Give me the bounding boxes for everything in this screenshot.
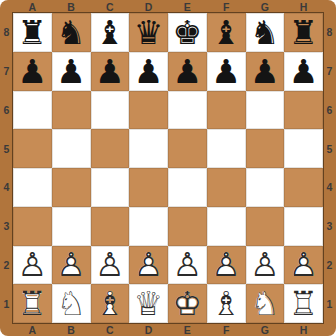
square-d3[interactable] (129, 207, 168, 246)
file-label-bottom-c: C (91, 323, 130, 336)
square-b7[interactable]: ♟ (52, 52, 91, 91)
chess-board: ♜♞♝♛♚♝♞♜♟♟♟♟♟♟♟♟♟♙♟♙♟♙♟♙♟♙♟♙♟♙♟♙♜♖♞♘♝♗♛♕… (13, 13, 323, 323)
piece-black-pawn-h7: ♟ (284, 52, 323, 91)
square-a4[interactable] (13, 168, 52, 207)
square-b2[interactable]: ♟♙ (52, 246, 91, 285)
square-f1[interactable]: ♝♗ (207, 284, 246, 323)
piece-white-knight-g1: ♘ (246, 284, 285, 323)
piece-black-pawn-g7: ♟ (246, 52, 285, 91)
rank-label-right-6: 6 (323, 91, 336, 130)
square-h2[interactable]: ♟♙ (284, 246, 323, 285)
square-b3[interactable] (52, 207, 91, 246)
rank-labels-right: 87654321 (323, 13, 336, 323)
piece-white-pawn-a2: ♙ (13, 246, 52, 285)
square-h3[interactable] (284, 207, 323, 246)
square-g8[interactable]: ♞ (246, 13, 285, 52)
square-b1[interactable]: ♞♘ (52, 284, 91, 323)
piece-white-bishop-c1-fill: ♝ (91, 284, 130, 323)
file-label-bottom-b: B (52, 323, 91, 336)
piece-white-pawn-g2-fill: ♟ (246, 246, 285, 285)
square-e7[interactable]: ♟ (168, 52, 207, 91)
square-b5[interactable] (52, 129, 91, 168)
square-e4[interactable] (168, 168, 207, 207)
square-d4[interactable] (129, 168, 168, 207)
square-g4[interactable] (246, 168, 285, 207)
file-label-top-g: G (246, 0, 285, 13)
piece-black-pawn-e7: ♟ (168, 52, 207, 91)
piece-white-bishop-f1: ♗ (207, 284, 246, 323)
piece-black-pawn-c7: ♟ (91, 52, 130, 91)
rank-label-left-5: 5 (0, 129, 13, 168)
square-g3[interactable] (246, 207, 285, 246)
piece-black-bishop-f8: ♝ (207, 13, 246, 52)
square-c2[interactable]: ♟♙ (91, 246, 130, 285)
square-c4[interactable] (91, 168, 130, 207)
rank-label-right-2: 2 (323, 246, 336, 285)
piece-black-knight-b8: ♞ (52, 13, 91, 52)
piece-white-rook-h1-fill: ♜ (284, 284, 323, 323)
piece-white-queen-d1: ♕ (129, 284, 168, 323)
file-label-bottom-d: D (129, 323, 168, 336)
square-f8[interactable]: ♝ (207, 13, 246, 52)
piece-black-rook-a8: ♜ (13, 13, 52, 52)
piece-white-pawn-h2: ♙ (284, 246, 323, 285)
piece-white-pawn-f2: ♙ (207, 246, 246, 285)
square-b4[interactable] (52, 168, 91, 207)
square-d6[interactable] (129, 91, 168, 130)
square-d8[interactable]: ♛ (129, 13, 168, 52)
piece-black-rook-h8: ♜ (284, 13, 323, 52)
piece-white-knight-g1-fill: ♞ (246, 284, 285, 323)
file-label-bottom-a: A (13, 323, 52, 336)
chess-app: ABCDEFGH ABCDEFGH 87654321 87654321 ♜♞♝♛… (0, 0, 336, 336)
file-label-bottom-h: H (284, 323, 323, 336)
file-label-bottom-g: G (246, 323, 285, 336)
rank-label-left-3: 3 (0, 207, 13, 246)
file-label-bottom-f: F (207, 323, 246, 336)
square-c6[interactable] (91, 91, 130, 130)
square-c7[interactable]: ♟ (91, 52, 130, 91)
square-h1[interactable]: ♜♖ (284, 284, 323, 323)
file-label-bottom-e: E (168, 323, 207, 336)
piece-black-knight-g8: ♞ (246, 13, 285, 52)
square-f6[interactable] (207, 91, 246, 130)
piece-white-knight-b1-fill: ♞ (52, 284, 91, 323)
rank-labels-left: 87654321 (0, 13, 13, 323)
file-labels-bottom: ABCDEFGH (13, 323, 323, 336)
square-e8[interactable]: ♚ (168, 13, 207, 52)
rank-label-right-3: 3 (323, 207, 336, 246)
square-b8[interactable]: ♞ (52, 13, 91, 52)
file-label-top-b: B (52, 0, 91, 13)
rank-label-left-6: 6 (0, 91, 13, 130)
piece-white-pawn-g2: ♙ (246, 246, 285, 285)
square-g6[interactable] (246, 91, 285, 130)
piece-black-pawn-d7: ♟ (129, 52, 168, 91)
square-a8[interactable]: ♜ (13, 13, 52, 52)
piece-white-pawn-b2: ♙ (52, 246, 91, 285)
square-g7[interactable]: ♟ (246, 52, 285, 91)
square-e6[interactable] (168, 91, 207, 130)
rank-label-left-2: 2 (0, 246, 13, 285)
piece-white-queen-d1-fill: ♛ (129, 284, 168, 323)
square-d5[interactable] (129, 129, 168, 168)
square-e5[interactable] (168, 129, 207, 168)
rank-label-left-4: 4 (0, 168, 13, 207)
piece-white-knight-b1: ♘ (52, 284, 91, 323)
square-e2[interactable]: ♟♙ (168, 246, 207, 285)
piece-white-pawn-a2-fill: ♟ (13, 246, 52, 285)
square-a5[interactable] (13, 129, 52, 168)
rank-label-right-1: 1 (323, 284, 336, 323)
piece-black-bishop-c8: ♝ (91, 13, 130, 52)
square-e1[interactable]: ♚♔ (168, 284, 207, 323)
piece-white-pawn-f2-fill: ♟ (207, 246, 246, 285)
rank-label-right-8: 8 (323, 13, 336, 52)
file-label-top-f: F (207, 0, 246, 13)
piece-white-pawn-d2: ♙ (129, 246, 168, 285)
file-label-top-e: E (168, 0, 207, 13)
square-a3[interactable] (13, 207, 52, 246)
square-c1[interactable]: ♝♗ (91, 284, 130, 323)
chess-board-frame: ABCDEFGH ABCDEFGH 87654321 87654321 ♜♞♝♛… (0, 0, 336, 336)
rank-label-right-5: 5 (323, 129, 336, 168)
file-label-top-d: D (129, 0, 168, 13)
square-d7[interactable]: ♟ (129, 52, 168, 91)
square-g5[interactable] (246, 129, 285, 168)
file-label-top-c: C (91, 0, 130, 13)
rank-label-left-1: 1 (0, 284, 13, 323)
square-c3[interactable] (91, 207, 130, 246)
square-h6[interactable] (284, 91, 323, 130)
square-d2[interactable]: ♟♙ (129, 246, 168, 285)
square-g1[interactable]: ♞♘ (246, 284, 285, 323)
square-g2[interactable]: ♟♙ (246, 246, 285, 285)
square-f2[interactable]: ♟♙ (207, 246, 246, 285)
piece-white-pawn-d2-fill: ♟ (129, 246, 168, 285)
square-h8[interactable]: ♜ (284, 13, 323, 52)
square-a7[interactable]: ♟ (13, 52, 52, 91)
square-b6[interactable] (52, 91, 91, 130)
square-h5[interactable] (284, 129, 323, 168)
square-f4[interactable] (207, 168, 246, 207)
piece-white-pawn-e2: ♙ (168, 246, 207, 285)
piece-black-king-e8: ♚ (168, 13, 207, 52)
rank-label-right-7: 7 (323, 52, 336, 91)
square-a6[interactable] (13, 91, 52, 130)
square-f7[interactable]: ♟ (207, 52, 246, 91)
piece-black-queen-d8: ♛ (129, 13, 168, 52)
piece-black-pawn-b7: ♟ (52, 52, 91, 91)
piece-white-pawn-e2-fill: ♟ (168, 246, 207, 285)
piece-white-bishop-f1-fill: ♝ (207, 284, 246, 323)
square-h7[interactable]: ♟ (284, 52, 323, 91)
square-c5[interactable] (91, 129, 130, 168)
square-f3[interactable] (207, 207, 246, 246)
piece-white-king-e1: ♔ (168, 284, 207, 323)
piece-white-rook-h1: ♖ (284, 284, 323, 323)
piece-white-king-e1-fill: ♚ (168, 284, 207, 323)
square-d1[interactable]: ♛♕ (129, 284, 168, 323)
rank-label-right-4: 4 (323, 168, 336, 207)
square-a1[interactable]: ♜♖ (13, 284, 52, 323)
rank-label-left-7: 7 (0, 52, 13, 91)
rank-label-left-8: 8 (0, 13, 13, 52)
piece-white-pawn-b2-fill: ♟ (52, 246, 91, 285)
square-a2[interactable]: ♟♙ (13, 246, 52, 285)
piece-white-bishop-c1: ♗ (91, 284, 130, 323)
piece-white-pawn-h2-fill: ♟ (284, 246, 323, 285)
piece-white-rook-a1: ♖ (13, 284, 52, 323)
file-label-top-h: H (284, 0, 323, 13)
piece-black-pawn-f7: ♟ (207, 52, 246, 91)
square-e3[interactable] (168, 207, 207, 246)
file-labels-top: ABCDEFGH (13, 0, 323, 13)
piece-white-rook-a1-fill: ♜ (13, 284, 52, 323)
piece-white-pawn-c2: ♙ (91, 246, 130, 285)
square-c8[interactable]: ♝ (91, 13, 130, 52)
file-label-top-a: A (13, 0, 52, 13)
piece-black-pawn-a7: ♟ (13, 52, 52, 91)
piece-white-pawn-c2-fill: ♟ (91, 246, 130, 285)
square-f5[interactable] (207, 129, 246, 168)
square-h4[interactable] (284, 168, 323, 207)
